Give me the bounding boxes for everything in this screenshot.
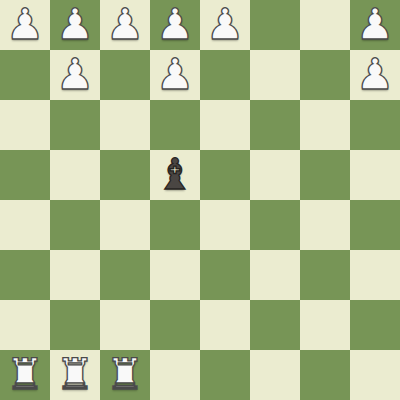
- square-b2[interactable]: [50, 300, 100, 350]
- square-f6[interactable]: [250, 100, 300, 150]
- white-pawn-b7[interactable]: ♟: [56, 50, 95, 99]
- white-rook-a1[interactable]: ♜: [6, 350, 45, 399]
- square-a5[interactable]: [0, 150, 50, 200]
- square-d2[interactable]: [150, 300, 200, 350]
- square-g2[interactable]: [300, 300, 350, 350]
- square-d3[interactable]: [150, 250, 200, 300]
- square-e4[interactable]: [200, 200, 250, 250]
- square-b5[interactable]: [50, 150, 100, 200]
- white-pawn-h8[interactable]: ♟: [356, 0, 395, 49]
- white-pawn-b8[interactable]: ♟: [56, 0, 95, 49]
- square-f2[interactable]: [250, 300, 300, 350]
- square-g1[interactable]: [300, 350, 350, 400]
- square-a2[interactable]: [0, 300, 50, 350]
- square-g6[interactable]: [300, 100, 350, 150]
- square-h7[interactable]: ♟: [350, 50, 400, 100]
- square-b6[interactable]: [50, 100, 100, 150]
- white-pawn-a8[interactable]: ♟: [6, 0, 45, 49]
- square-f5[interactable]: [250, 150, 300, 200]
- square-b7[interactable]: ♟: [50, 50, 100, 100]
- white-pawn-d7[interactable]: ♟: [156, 50, 195, 99]
- square-d8[interactable]: ♟: [150, 0, 200, 50]
- square-d4[interactable]: [150, 200, 200, 250]
- square-e3[interactable]: [200, 250, 250, 300]
- square-g3[interactable]: [300, 250, 350, 300]
- square-b1[interactable]: ♜: [50, 350, 100, 400]
- square-c7[interactable]: [100, 50, 150, 100]
- square-e7[interactable]: [200, 50, 250, 100]
- black-bishop-d5[interactable]: ♝: [156, 150, 195, 199]
- square-c6[interactable]: [100, 100, 150, 150]
- white-pawn-d8[interactable]: ♟: [156, 0, 195, 49]
- square-h5[interactable]: [350, 150, 400, 200]
- square-h2[interactable]: [350, 300, 400, 350]
- square-h1[interactable]: [350, 350, 400, 400]
- square-h4[interactable]: [350, 200, 400, 250]
- square-d6[interactable]: [150, 100, 200, 150]
- square-g8[interactable]: [300, 0, 350, 50]
- square-f1[interactable]: [250, 350, 300, 400]
- square-g7[interactable]: [300, 50, 350, 100]
- square-c1[interactable]: ♜: [100, 350, 150, 400]
- square-b3[interactable]: [50, 250, 100, 300]
- square-f8[interactable]: [250, 0, 300, 50]
- square-b8[interactable]: ♟: [50, 0, 100, 50]
- square-c5[interactable]: [100, 150, 150, 200]
- square-a6[interactable]: [0, 100, 50, 150]
- square-e5[interactable]: [200, 150, 250, 200]
- square-d7[interactable]: ♟: [150, 50, 200, 100]
- square-c8[interactable]: ♟: [100, 0, 150, 50]
- square-g5[interactable]: [300, 150, 350, 200]
- square-d1[interactable]: [150, 350, 200, 400]
- square-b4[interactable]: [50, 200, 100, 250]
- square-a3[interactable]: [0, 250, 50, 300]
- square-d5[interactable]: ♝: [150, 150, 200, 200]
- square-f4[interactable]: [250, 200, 300, 250]
- square-c2[interactable]: [100, 300, 150, 350]
- square-a4[interactable]: [0, 200, 50, 250]
- white-pawn-h7[interactable]: ♟: [356, 50, 395, 99]
- white-pawn-e8[interactable]: ♟: [206, 0, 245, 49]
- square-e1[interactable]: [200, 350, 250, 400]
- white-rook-b1[interactable]: ♜: [56, 350, 95, 399]
- square-f3[interactable]: [250, 250, 300, 300]
- square-h3[interactable]: [350, 250, 400, 300]
- square-g4[interactable]: [300, 200, 350, 250]
- square-c4[interactable]: [100, 200, 150, 250]
- square-a7[interactable]: [0, 50, 50, 100]
- square-c3[interactable]: [100, 250, 150, 300]
- square-a8[interactable]: ♟: [0, 0, 50, 50]
- square-f7[interactable]: [250, 50, 300, 100]
- square-a1[interactable]: ♜: [0, 350, 50, 400]
- square-e8[interactable]: ♟: [200, 0, 250, 50]
- square-e6[interactable]: [200, 100, 250, 150]
- white-pawn-c8[interactable]: ♟: [106, 0, 145, 49]
- square-h6[interactable]: [350, 100, 400, 150]
- white-rook-c1[interactable]: ♜: [106, 350, 145, 399]
- square-e2[interactable]: [200, 300, 250, 350]
- chess-board: ♟♟♟♟♟♟♟♟♟♝♜♜♜: [0, 0, 400, 400]
- square-h8[interactable]: ♟: [350, 0, 400, 50]
